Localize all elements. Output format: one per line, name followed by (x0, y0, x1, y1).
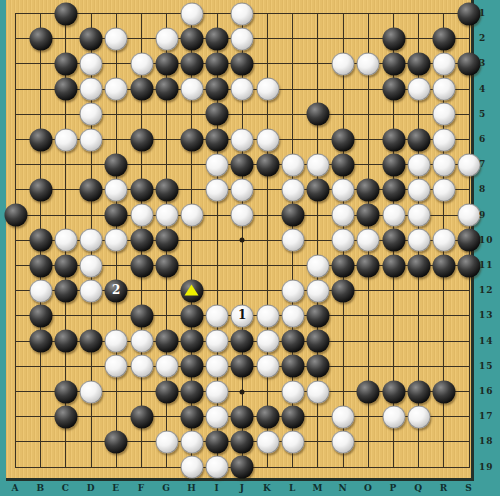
stone-white-D11 (80, 254, 103, 277)
stone-white-M16 (306, 380, 329, 403)
stone-white-Q17 (407, 405, 430, 428)
column-label-L: L (289, 483, 295, 493)
stone-white-B12 (29, 279, 52, 302)
stone-black-M14 (306, 330, 329, 353)
stone-black-B6 (29, 128, 52, 151)
stone-black-K17 (256, 405, 279, 428)
stone-white-D3 (80, 52, 103, 75)
stone-black-Q6 (407, 128, 430, 151)
stone-black-Q11 (407, 254, 430, 277)
column-label-E: E (112, 483, 119, 493)
stone-white-S9 (458, 204, 481, 227)
stone-white-F14 (130, 330, 153, 353)
stone-black-M15 (306, 355, 329, 378)
row-label-3: 3 (479, 58, 486, 68)
stone-black-H12 (180, 279, 203, 302)
stone-white-K4 (256, 78, 279, 101)
stone-black-P6 (382, 128, 405, 151)
stone-black-I5 (206, 103, 229, 126)
stone-white-Q7 (407, 153, 430, 176)
stone-black-C1 (54, 2, 77, 25)
star-point-J16 (240, 389, 245, 394)
stone-black-B14 (29, 330, 52, 353)
stone-black-J19 (231, 456, 254, 479)
stone-black-F17 (130, 405, 153, 428)
stone-black-S3 (458, 52, 481, 75)
stone-white-L8 (281, 178, 304, 201)
stone-white-K18 (256, 430, 279, 453)
stone-white-E10 (105, 229, 128, 252)
stone-white-R3 (432, 52, 455, 75)
stone-black-B13 (29, 304, 52, 327)
stone-white-Q4 (407, 78, 430, 101)
stone-white-H19 (180, 456, 203, 479)
stone-white-L7 (281, 153, 304, 176)
stone-white-E8 (105, 178, 128, 201)
row-label-4: 4 (479, 84, 486, 94)
stone-black-C3 (54, 52, 77, 75)
column-label-N: N (338, 483, 346, 493)
stone-white-D10 (80, 229, 103, 252)
stone-black-Q3 (407, 52, 430, 75)
stone-black-R16 (432, 380, 455, 403)
stone-white-J9 (231, 204, 254, 227)
stone-black-H17 (180, 405, 203, 428)
stone-black-B10 (29, 229, 52, 252)
stone-black-J3 (231, 52, 254, 75)
stone-white-I13 (206, 304, 229, 327)
stone-black-G8 (155, 178, 178, 201)
stone-white-N3 (332, 52, 355, 75)
stone-white-M7 (306, 153, 329, 176)
stone-white-E2 (105, 27, 128, 50)
stone-white-H9 (180, 204, 203, 227)
stone-white-M11 (306, 254, 329, 277)
stone-black-I3 (206, 52, 229, 75)
star-point-J10 (240, 238, 245, 243)
stone-black-L15 (281, 355, 304, 378)
stone-black-F10 (130, 229, 153, 252)
stone-white-J6 (231, 128, 254, 151)
stone-white-N10 (332, 229, 355, 252)
stone-black-H15 (180, 355, 203, 378)
stone-black-N12 (332, 279, 355, 302)
stone-white-G18 (155, 430, 178, 453)
stone-white-I16 (206, 380, 229, 403)
stone-white-R6 (432, 128, 455, 151)
stone-white-P9 (382, 204, 405, 227)
stone-black-N6 (332, 128, 355, 151)
column-label-B: B (36, 483, 44, 493)
column-label-Q: Q (414, 483, 422, 493)
go-board[interactable]: 21 (6, 0, 474, 481)
stone-white-K14 (256, 330, 279, 353)
stone-black-I18 (206, 430, 229, 453)
stone-black-S11 (458, 254, 481, 277)
stone-white-P17 (382, 405, 405, 428)
stone-black-P3 (382, 52, 405, 75)
stone-white-J13: 1 (231, 304, 254, 327)
stone-white-C6 (54, 128, 77, 151)
stone-black-J17 (231, 405, 254, 428)
stone-black-C12 (54, 279, 77, 302)
stone-white-J4 (231, 78, 254, 101)
stone-black-H13 (180, 304, 203, 327)
stone-white-D4 (80, 78, 103, 101)
stone-white-R4 (432, 78, 455, 101)
stone-black-S1 (458, 2, 481, 25)
stone-black-I6 (206, 128, 229, 151)
stone-white-K15 (256, 355, 279, 378)
stone-black-H14 (180, 330, 203, 353)
stone-black-A9 (4, 204, 27, 227)
stone-black-Q16 (407, 380, 430, 403)
stone-white-G9 (155, 204, 178, 227)
stone-white-R8 (432, 178, 455, 201)
stone-white-I14 (206, 330, 229, 353)
stone-white-G15 (155, 355, 178, 378)
row-label-5: 5 (479, 109, 486, 119)
stone-white-N18 (332, 430, 355, 453)
column-label-A: A (12, 483, 19, 493)
column-label-F: F (138, 483, 144, 493)
row-label-10: 10 (479, 235, 494, 245)
stone-black-G4 (155, 78, 178, 101)
stone-black-C14 (54, 330, 77, 353)
stone-white-R7 (432, 153, 455, 176)
row-label-19: 19 (479, 462, 494, 472)
stone-black-R2 (432, 27, 455, 50)
stone-white-L18 (281, 430, 304, 453)
stone-black-O16 (357, 380, 380, 403)
stone-black-G14 (155, 330, 178, 353)
row-label-11: 11 (479, 260, 494, 270)
stone-white-J1 (231, 2, 254, 25)
row-label-9: 9 (479, 210, 486, 220)
stone-white-H1 (180, 2, 203, 25)
stone-white-O3 (357, 52, 380, 75)
column-label-C: C (62, 483, 69, 493)
stone-black-B8 (29, 178, 52, 201)
stone-white-D16 (80, 380, 103, 403)
stone-black-S10 (458, 229, 481, 252)
stone-white-E14 (105, 330, 128, 353)
stone-black-J7 (231, 153, 254, 176)
row-label-17: 17 (479, 411, 494, 421)
stone-white-C10 (54, 229, 77, 252)
column-label-J: J (240, 483, 244, 493)
stone-black-F8 (130, 178, 153, 201)
stone-white-F3 (130, 52, 153, 75)
column-label-K: K (263, 483, 271, 493)
stone-black-M5 (306, 103, 329, 126)
stone-black-F4 (130, 78, 153, 101)
stone-white-N9 (332, 204, 355, 227)
stone-white-Q10 (407, 229, 430, 252)
stone-black-H2 (180, 27, 203, 50)
column-label-H: H (187, 483, 196, 493)
stone-white-I7 (206, 153, 229, 176)
stone-white-L16 (281, 380, 304, 403)
stone-black-C4 (54, 78, 77, 101)
row-label-7: 7 (479, 159, 486, 169)
row-label-16: 16 (479, 386, 494, 396)
stone-black-G10 (155, 229, 178, 252)
stone-black-I4 (206, 78, 229, 101)
stone-black-C17 (54, 405, 77, 428)
stone-black-C16 (54, 380, 77, 403)
stone-white-L10 (281, 229, 304, 252)
stone-white-N8 (332, 178, 355, 201)
stone-white-K6 (256, 128, 279, 151)
stone-black-P7 (382, 153, 405, 176)
stone-white-L13 (281, 304, 304, 327)
stone-white-Q9 (407, 204, 430, 227)
stone-black-F13 (130, 304, 153, 327)
column-label-G: G (162, 483, 170, 493)
stone-black-M13 (306, 304, 329, 327)
stone-white-F15 (130, 355, 153, 378)
stone-black-G16 (155, 380, 178, 403)
stone-white-N17 (332, 405, 355, 428)
stone-black-O8 (357, 178, 380, 201)
stone-black-O9 (357, 204, 380, 227)
stone-black-B2 (29, 27, 52, 50)
stone-black-E18 (105, 430, 128, 453)
stone-black-L14 (281, 330, 304, 353)
stone-black-E9 (105, 204, 128, 227)
stone-white-I19 (206, 456, 229, 479)
stone-black-R11 (432, 254, 455, 277)
stone-black-D14 (80, 330, 103, 353)
stone-black-H3 (180, 52, 203, 75)
column-label-P: P (390, 483, 397, 493)
stone-black-G11 (155, 254, 178, 277)
stone-white-D12 (80, 279, 103, 302)
stone-black-I2 (206, 27, 229, 50)
column-label-S: S (465, 483, 472, 493)
stone-white-H18 (180, 430, 203, 453)
stone-white-G2 (155, 27, 178, 50)
row-label-6: 6 (479, 134, 486, 144)
stone-black-L9 (281, 204, 304, 227)
stone-white-R5 (432, 103, 455, 126)
stone-black-L17 (281, 405, 304, 428)
stone-black-D2 (80, 27, 103, 50)
stone-white-L12 (281, 279, 304, 302)
stone-black-P16 (382, 380, 405, 403)
row-label-1: 1 (479, 8, 486, 18)
row-label-2: 2 (479, 33, 486, 43)
stone-black-E12: 2 (105, 279, 128, 302)
row-label-15: 15 (479, 361, 494, 371)
stone-white-I15 (206, 355, 229, 378)
stone-black-K7 (256, 153, 279, 176)
stone-white-M12 (306, 279, 329, 302)
stone-black-J18 (231, 430, 254, 453)
move-number-label: 1 (238, 310, 246, 322)
stone-black-B11 (29, 254, 52, 277)
stone-black-O11 (357, 254, 380, 277)
stone-white-H4 (180, 78, 203, 101)
stone-white-S7 (458, 153, 481, 176)
stone-black-H6 (180, 128, 203, 151)
stone-white-E15 (105, 355, 128, 378)
row-label-13: 13 (479, 310, 494, 320)
stone-black-P4 (382, 78, 405, 101)
stone-white-E4 (105, 78, 128, 101)
column-label-O: O (364, 483, 372, 493)
row-label-8: 8 (479, 184, 486, 194)
stone-black-P8 (382, 178, 405, 201)
stone-black-G3 (155, 52, 178, 75)
stone-black-E7 (105, 153, 128, 176)
stone-black-F6 (130, 128, 153, 151)
stone-white-O10 (357, 229, 380, 252)
move-number-label: 2 (112, 284, 120, 296)
stone-black-H16 (180, 380, 203, 403)
stone-white-R10 (432, 229, 455, 252)
row-label-14: 14 (479, 336, 494, 346)
column-label-D: D (87, 483, 95, 493)
stone-white-I8 (206, 178, 229, 201)
stone-white-K13 (256, 304, 279, 327)
stone-black-P2 (382, 27, 405, 50)
stone-black-N7 (332, 153, 355, 176)
stone-white-D5 (80, 103, 103, 126)
column-label-I: I (214, 483, 218, 493)
stone-black-M8 (306, 178, 329, 201)
stone-black-J15 (231, 355, 254, 378)
stone-black-J14 (231, 330, 254, 353)
stone-white-Q8 (407, 178, 430, 201)
stone-white-J2 (231, 27, 254, 50)
stone-black-D8 (80, 178, 103, 201)
stone-black-C11 (54, 254, 77, 277)
column-label-R: R (440, 483, 447, 493)
column-label-M: M (312, 483, 322, 493)
stone-white-F9 (130, 204, 153, 227)
row-label-12: 12 (479, 285, 494, 295)
stone-black-N11 (332, 254, 355, 277)
stone-black-F11 (130, 254, 153, 277)
stone-white-D6 (80, 128, 103, 151)
stone-white-I17 (206, 405, 229, 428)
stone-black-P11 (382, 254, 405, 277)
triangle-marker-icon (185, 285, 199, 296)
stone-white-J8 (231, 178, 254, 201)
stone-black-P10 (382, 229, 405, 252)
row-label-18: 18 (479, 436, 494, 446)
